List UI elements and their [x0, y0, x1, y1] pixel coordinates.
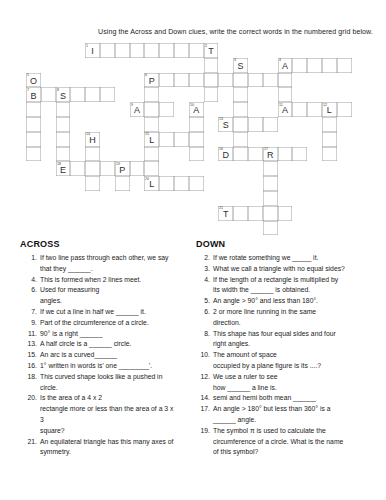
grid-cell-r3-c1[interactable]: 5O — [26, 73, 41, 88]
clue-number: 19. — [196, 426, 213, 458]
grid-cell-r10-c17[interactable] — [263, 176, 278, 191]
down-header: DOWN — [196, 239, 386, 249]
grid-cell-r10-c9[interactable]: 20L — [144, 176, 159, 191]
grid-cell-r2-c13[interactable] — [204, 58, 219, 73]
grid-cell-r8-c5[interactable] — [85, 147, 100, 162]
grid-cell-r8-c16[interactable] — [248, 147, 263, 162]
grid-cell-r3-c11[interactable] — [174, 73, 189, 88]
grid-cell-r1-c13[interactable]: 2T — [204, 43, 219, 58]
grid-cell-r12-c17[interactable] — [263, 206, 278, 221]
clue-across-16: 16.1° written in words is' one ________'… — [20, 361, 202, 372]
grid-cell-r6-c9[interactable] — [144, 117, 159, 132]
clue-down-4: 4.If the length of a rectangle is multip… — [196, 275, 386, 297]
clue-text: A half circle is a ______ circle. — [40, 339, 202, 350]
grid-cell-r8-c1[interactable] — [26, 147, 41, 162]
clue-down-8: 8.This shape has four equal sides and fo… — [196, 329, 386, 351]
clue-across-20: 20.Is the area of a 4 x 2 rectangle more… — [20, 393, 202, 436]
grid-cell-r9-c7[interactable]: 19P — [115, 161, 130, 176]
grid-cell-r12-c15[interactable] — [233, 206, 248, 221]
across-clue-list: 1.If two line pass through each other, w… — [20, 253, 202, 458]
clue-down-17: 17.An angle > 180° but less than 360° is… — [196, 404, 386, 426]
clue-text: 2 or more line running in the same direc… — [213, 307, 386, 329]
clue-down-10: 10.The amount of space occupied by a pla… — [196, 350, 386, 372]
cell-hint-letter: P — [144, 76, 159, 87]
grid-cell-r9-c9[interactable] — [144, 161, 159, 176]
grid-cell-r3-c10[interactable] — [159, 73, 174, 88]
clue-across-18: 18.This curved shape looks like a pushed… — [20, 372, 202, 394]
grid-cell-r4-c18[interactable] — [278, 87, 293, 102]
grid-cell-r3-c16[interactable] — [248, 73, 263, 88]
clue-across-6: 6.Used for measuring angles. — [20, 285, 202, 307]
clue-number: 10. — [196, 350, 213, 372]
grid-cell-r9-c8[interactable] — [130, 161, 145, 176]
clue-text: An angle > 180° but less than 360° is a … — [213, 404, 386, 426]
grid-cell-r3-c18[interactable] — [278, 73, 293, 88]
clue-number: 20. — [20, 393, 40, 436]
grid-cell-r7-c21[interactable] — [322, 132, 337, 147]
grid-cell-r5-c3[interactable] — [56, 102, 71, 117]
grid-cell-r10-c5[interactable] — [85, 176, 100, 191]
grid-cell-r3-c12[interactable] — [189, 73, 204, 88]
grid-cell-r7-c1[interactable] — [26, 132, 41, 147]
grid-cell-r2-c20[interactable] — [307, 58, 322, 73]
grid-cell-r5-c20[interactable] — [307, 102, 322, 117]
clue-text: An arc is a curved______ — [40, 350, 202, 361]
grid-cell-r6-c16[interactable] — [248, 117, 263, 132]
clue-number: 5. — [196, 296, 213, 307]
grid-cell-r5-c21[interactable]: 12L — [322, 102, 337, 117]
clue-across-9: 9.Part of the circumference of a circle. — [20, 318, 202, 329]
clue-number: 9. — [20, 318, 40, 329]
clue-text: What we call a triangle with no equal si… — [213, 264, 386, 275]
clue-text: This curved shape looks like a pushed in… — [40, 372, 202, 394]
clue-number: 15. — [20, 350, 40, 361]
clue-text: Used for measuring angles. — [40, 285, 202, 307]
clue-number: 8. — [196, 329, 213, 351]
grid-cell-r2-c22[interactable] — [337, 58, 352, 73]
clue-text: semi and hemi both mean ______ — [213, 393, 386, 404]
grid-cell-r1-c12[interactable] — [189, 43, 204, 58]
grid-cell-r4-c9[interactable] — [144, 87, 159, 102]
clue-text: Part of the circumference of a circle. — [40, 318, 202, 329]
grid-cell-r5-c10[interactable] — [159, 102, 174, 117]
grid-cell-r6-c3[interactable] — [56, 117, 71, 132]
grid-cell-r6-c14[interactable]: 13S — [218, 117, 233, 132]
worksheet-page: { "game": "crossword", "title": "Using t… — [0, 0, 386, 500]
cell-hint-letter: A — [278, 105, 293, 116]
down-clues-section: DOWN 2.If we rotate something we _____ i… — [196, 239, 386, 458]
grid-cell-r5-c19[interactable] — [292, 102, 307, 117]
grid-cell-r12-c14[interactable]: 21T — [218, 206, 233, 221]
grid-cell-r8-c17[interactable]: 17R — [263, 147, 278, 162]
cell-hint-letter: A — [189, 105, 204, 116]
grid-cell-r5-c1[interactable] — [26, 102, 41, 117]
clue-across-7: 7.If we cut a line in half we ______ it. — [20, 307, 202, 318]
cell-hint-letter: L — [322, 105, 337, 116]
clue-number: 4. — [196, 275, 213, 297]
crossword-grid: 1I2T3S4A5O6P7B8S9A10A11A12L13S14H15L16D1… — [26, 43, 352, 235]
grid-cell-r8-c21[interactable] — [322, 147, 337, 162]
clue-number: 18. — [20, 372, 40, 394]
grid-cell-r6-c15[interactable] — [233, 117, 248, 132]
grid-cell-r8-c19[interactable] — [292, 147, 307, 162]
grid-cell-r10-c10[interactable] — [159, 176, 174, 191]
clue-down-2: 2.If we rotate something we _____ it. — [196, 253, 386, 264]
cell-hint-letter: I — [85, 46, 100, 57]
clue-number: 17. — [196, 404, 213, 426]
grid-cell-r12-c16[interactable] — [248, 206, 263, 221]
clue-number: 4. — [20, 275, 40, 286]
grid-cell-r3-c17[interactable] — [263, 73, 278, 88]
cell-hint-letter: T — [218, 209, 233, 220]
grid-cell-r3-c13[interactable] — [204, 73, 219, 88]
grid-cell-r12-c18[interactable] — [278, 206, 293, 221]
cell-hint-letter: R — [263, 150, 278, 161]
grid-cell-r4-c3[interactable]: 8S — [56, 87, 71, 102]
grid-cell-r4-c15[interactable] — [233, 87, 248, 102]
cell-hint-letter: A — [130, 105, 145, 116]
down-clue-list: 2.If we rotate something we _____ it.3.W… — [196, 253, 386, 458]
cell-hint-letter: L — [144, 179, 159, 190]
clue-text: The symbol π is used to calculate the ci… — [213, 426, 386, 458]
grid-cell-r3-c14[interactable] — [218, 73, 233, 88]
clue-text: If the length of a rectangle is multipli… — [213, 275, 386, 297]
grid-cell-r5-c18[interactable]: 11A — [278, 102, 293, 117]
clue-text: 90° is a right ______ — [40, 329, 202, 340]
grid-cell-r7-c5[interactable]: 14H — [85, 132, 100, 147]
grid-cell-r1-c6[interactable] — [100, 43, 115, 58]
cell-hint-letter: S — [218, 120, 233, 131]
clue-number: 6. — [20, 285, 40, 307]
clue-down-12: 12.We use a ruler to see how ______ a li… — [196, 372, 386, 394]
cell-hint-letter: D — [218, 150, 233, 161]
clue-across-15: 15.An arc is a curved______ — [20, 350, 202, 361]
clue-number: 2. — [196, 253, 213, 264]
grid-cell-r7-c3[interactable] — [56, 132, 71, 147]
grid-cell-r7-c11[interactable] — [174, 132, 189, 147]
clue-across-1: 1.If two line pass through each other, w… — [20, 253, 202, 275]
grid-cell-r10-c7[interactable] — [115, 176, 130, 191]
cell-hint-letter: A — [278, 61, 293, 72]
grid-cell-r8-c3[interactable] — [56, 147, 71, 162]
clue-text: If we cut a line in half we ______ it. — [40, 307, 202, 318]
grid-cell-r1-c11[interactable] — [174, 43, 189, 58]
clue-down-5: 5.An angle > 90° and less than 180°. — [196, 296, 386, 307]
clue-text: We use a ruler to see how ______ a line … — [213, 372, 386, 394]
instructions-text: Using the Across and Down clues, write t… — [98, 28, 373, 35]
grid-cell-r8-c18[interactable] — [278, 147, 293, 162]
clue-down-14: 14.semi and hemi both mean ______ — [196, 393, 386, 404]
grid-cell-r3-c15[interactable] — [233, 73, 248, 88]
cell-hint-letter: B — [26, 91, 41, 102]
grid-cell-r2-c18[interactable]: 4A — [278, 58, 293, 73]
clue-text: An equilateral triangle has this many ax… — [40, 437, 202, 459]
grid-cell-r4-c13[interactable] — [204, 87, 219, 102]
grid-cell-r9-c3[interactable]: 18E — [56, 161, 71, 176]
clue-text: If we rotate something we _____ it. — [213, 253, 386, 264]
grid-cell-r5-c22[interactable] — [337, 102, 352, 117]
grid-cell-r8-c9[interactable] — [144, 147, 159, 162]
grid-cell-r6-c21[interactable] — [322, 117, 337, 132]
across-clues-section: ACROSS 1.If two line pass through each o… — [20, 239, 202, 458]
clue-text: If two line pass through each other, we … — [40, 253, 202, 275]
clue-text: An angle > 90° and less than 180°. — [213, 296, 386, 307]
clue-number: 14. — [196, 393, 213, 404]
grid-cell-r8-c14[interactable]: 16D — [218, 147, 233, 162]
grid-cell-r5-c12[interactable]: 10A — [189, 102, 204, 117]
grid-cell-r5-c9[interactable] — [144, 102, 159, 117]
grid-cell-r2-c15[interactable]: 3S — [233, 58, 248, 73]
grid-cell-r4-c1[interactable]: 7B — [26, 87, 41, 102]
clue-number: 3. — [196, 264, 213, 275]
clue-down-3: 3.What we call a triangle with no equal … — [196, 264, 386, 275]
clue-down-6: 6.2 or more line running in the same dir… — [196, 307, 386, 329]
grid-cell-r4-c4[interactable] — [70, 87, 85, 102]
grid-cell-r2-c21[interactable] — [322, 58, 337, 73]
clue-across-13: 13.A half circle is a ______ circle. — [20, 339, 202, 350]
grid-cell-r5-c8[interactable]: 9A — [130, 102, 145, 117]
grid-cell-r6-c1[interactable] — [26, 117, 41, 132]
grid-cell-r5-c15[interactable] — [233, 102, 248, 117]
cell-hint-letter: T — [204, 46, 219, 57]
clue-number: 16. — [20, 361, 40, 372]
grid-cell-r9-c17[interactable] — [263, 161, 278, 176]
grid-cell-r3-c9[interactable]: 6P — [144, 73, 159, 88]
clue-number: 12. — [196, 372, 213, 394]
clue-number: 11. — [20, 329, 40, 340]
clue-number: 6. — [196, 307, 213, 329]
grid-cell-r4-c6[interactable] — [100, 87, 115, 102]
cell-hint-letter: L — [144, 135, 159, 146]
grid-cell-r6-c17[interactable] — [263, 117, 278, 132]
grid-cell-r1-c7[interactable] — [115, 43, 130, 58]
clue-across-21: 21.An equilateral triangle has this many… — [20, 437, 202, 459]
grid-cell-r7-c10[interactable] — [159, 132, 174, 147]
clue-number: 1. — [20, 253, 40, 275]
grid-cell-r11-c17[interactable] — [263, 191, 278, 206]
across-header: ACROSS — [20, 239, 202, 249]
cell-hint-letter: H — [85, 135, 100, 146]
grid-cell-r10-c11[interactable] — [174, 176, 189, 191]
grid-cell-r8-c12[interactable] — [189, 147, 204, 162]
grid-cell-r9-c5[interactable] — [85, 161, 100, 176]
cell-hint-letter: S — [233, 61, 248, 72]
grid-cell-r9-c6[interactable] — [100, 161, 115, 176]
grid-cell-r1-c8[interactable] — [130, 43, 145, 58]
grid-cell-r7-c9[interactable]: 15L — [144, 132, 159, 147]
clue-number: 7. — [20, 307, 40, 318]
cell-hint-letter: S — [56, 91, 71, 102]
cell-hint-letter: O — [26, 76, 41, 87]
grid-cell-r8-c15[interactable] — [233, 147, 248, 162]
clue-text: This is formed when 2 lines meet. — [40, 275, 202, 286]
grid-cell-r1-c5[interactable]: 1I — [85, 43, 100, 58]
clue-text: This shape has four equal sides and four… — [213, 329, 386, 351]
grid-cell-r7-c12[interactable] — [189, 132, 204, 147]
grid-cell-r1-c9[interactable] — [144, 43, 159, 58]
grid-cell-r7-c15[interactable] — [233, 132, 248, 147]
clue-down-19: 19.The symbol π is used to calculate the… — [196, 426, 386, 458]
cell-hint-letter: E — [56, 165, 71, 176]
grid-cell-r4-c5[interactable] — [85, 87, 100, 102]
grid-cell-r9-c4[interactable] — [70, 161, 85, 176]
clue-across-4: 4.This is formed when 2 lines meet. — [20, 275, 202, 286]
clue-number: 21. — [20, 437, 40, 459]
cell-hint-letter: P — [115, 165, 130, 176]
grid-cell-r2-c19[interactable] — [292, 58, 307, 73]
grid-cell-r6-c12[interactable] — [189, 117, 204, 132]
grid-cell-r13-c17[interactable] — [263, 221, 278, 236]
clue-text: 1° written in words is' one ________'. — [40, 361, 202, 372]
clue-text: Is the area of a 4 x 2 rectangle more or… — [40, 393, 202, 436]
clue-across-11: 11.90° is a right ______ — [20, 329, 202, 340]
grid-cell-r1-c10[interactable] — [159, 43, 174, 58]
clue-text: The amount of space occupied by a plane … — [213, 350, 386, 372]
grid-cell-r4-c2[interactable] — [41, 87, 56, 102]
grid-cell-r10-c12[interactable] — [189, 176, 204, 191]
clue-number: 13. — [20, 339, 40, 350]
